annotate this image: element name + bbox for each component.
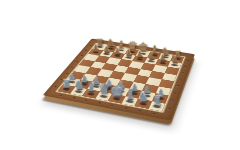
frame-pin (85, 50, 88, 51)
frame-pin (59, 94, 63, 96)
frame-pin (60, 79, 63, 81)
frame-pin (102, 42, 105, 43)
frame-pin (167, 52, 170, 53)
photo-canvas: ♜♞♝♛♚♝♞♜♟♟♟♟♟♟♟♟♟♟♟♟♟♟♟♟♜♞♝♛♚♝♞♜ (0, 0, 240, 150)
frame-pin (152, 112, 155, 114)
frame-pin (111, 104, 114, 106)
board-grid: ♜♞♝♛♚♝♞♜♟♟♟♟♟♟♟♟♟♟♟♟♟♟♟♟♜♞♝♛♚♝♞♜ (57, 44, 184, 112)
frame-pin (54, 86, 57, 88)
frame-pin (65, 73, 68, 75)
frame-pin (98, 102, 101, 104)
frame-pin (171, 99, 174, 101)
chess-board: ♜♞♝♛♚♝♞♜♟♟♟♟♟♟♟♟♟♟♟♟♟♟♟♟♜♞♝♛♚♝♞♜ (43, 38, 195, 120)
frame-pin (174, 92, 177, 94)
frame-pin (89, 45, 92, 46)
frame-pin (155, 50, 158, 51)
frame-pin (70, 67, 73, 69)
frame-pin (134, 47, 137, 48)
frame-pin (178, 53, 181, 54)
frame-pin (176, 85, 179, 87)
frame-pin (182, 72, 185, 74)
frame-pin (75, 61, 78, 62)
frame-pin (123, 45, 126, 46)
frame-pin (72, 97, 75, 99)
frame-pin (112, 43, 115, 44)
frame-pin (184, 66, 187, 68)
frame-pin (179, 78, 182, 80)
frame-pin (186, 60, 189, 61)
frame-pin (124, 107, 127, 109)
frame-pin (80, 55, 83, 56)
frame-pin (144, 48, 147, 49)
board-perspective: ♜♞♝♛♚♝♞♜♟♟♟♟♟♟♟♟♟♟♟♟♟♟♟♟♜♞♝♛♚♝♞♜ (65, 13, 185, 133)
frame-pin (168, 107, 171, 109)
frame-pin (138, 110, 141, 112)
frame-pin (85, 99, 88, 101)
